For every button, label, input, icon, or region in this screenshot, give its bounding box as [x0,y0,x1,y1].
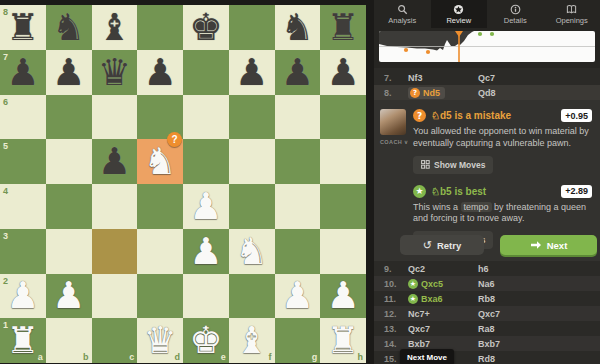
coach-annotation-panel: COACH ∨ ? ♘d5 is a mistake +0.95 You all… [374,100,600,261]
annotation-body: This wins a tempo by threatening a queen… [413,202,591,225]
tab-label: Analysis [388,16,416,25]
square-c3[interactable] [92,229,138,274]
retry-icon: ↺ [423,239,432,252]
square-c7[interactable]: ♛ [92,50,138,95]
tempo-chip: tempo [461,202,492,212]
move-row-12: 12.Nc7+Qxc7 [374,306,600,321]
eval-badge: +0.95 [561,109,592,122]
analysis-panel: Analysis Review Details Openings [374,0,600,364]
square-c4[interactable] [92,184,138,229]
white-move[interactable]: Qxc7 [408,324,478,334]
square-e4[interactable]: ♟ [183,184,229,229]
black-move[interactable]: Qd8 [478,88,548,98]
white-bishop: ♝ [235,322,268,359]
next-button[interactable]: Next [500,235,597,255]
move-text: Qd8 [478,88,496,98]
white-pawn: ♟ [281,277,314,314]
white-rook: ♜ [327,322,360,359]
white-king: ♚ [189,322,222,359]
square-f6[interactable] [229,95,275,140]
square-e1[interactable]: e♚ [183,318,229,363]
retry-button[interactable]: ↺ Retry [400,235,484,255]
move-text: Nd5 [423,88,440,98]
next-move-tooltip: Next Move [400,349,454,364]
tab-review[interactable]: Review [431,0,488,28]
great-move-icon: ★ [408,279,418,289]
white-pawn: ♟ [189,233,222,270]
chess-board[interactable]: 8♜♞♝♚♞♜7♟♟♛♟♟♟♟65♟♞?4♟3♟♞2♟♟♟♟1a♜bcd♛e♚f… [0,5,366,363]
move-text: Qxc5 [421,279,443,289]
square-a8[interactable]: 8♜ [0,5,46,50]
move-row-8: 8.?Nd5Qd8 [374,85,600,100]
coach-avatar[interactable] [380,109,406,135]
black-pawn: ♟ [327,54,360,91]
file-label: a [38,352,43,362]
white-move[interactable]: Nf3 [408,73,478,83]
info-icon [510,4,521,15]
white-pawn: ♟ [189,188,222,225]
move-text: Nf3 [408,73,423,83]
white-knight: ♞ [144,143,177,180]
square-f7[interactable]: ♟ [229,50,275,95]
rank-label: 2 [3,276,8,286]
square-a6[interactable]: 6 [0,95,46,140]
move-row-7: 7.Nf3Qc7 [374,70,600,85]
black-pawn: ♟ [235,54,268,91]
white-move[interactable]: Bxb7 [408,339,478,349]
eval-badge: +2.89 [561,185,592,198]
annotation-title: ♘b5 is best [431,186,486,197]
move-text: Na6 [478,279,495,289]
square-a3[interactable]: 3 [0,229,46,274]
square-h1[interactable]: h♜ [320,318,366,363]
square-f5[interactable] [229,139,275,184]
tab-bar: Analysis Review Details Openings [374,0,600,28]
white-pawn: ♟ [6,277,39,314]
rank-label: 8 [3,7,8,17]
square-e7[interactable] [183,50,229,95]
black-pawn: ♟ [281,54,314,91]
white-pawn: ♟ [52,277,85,314]
evaluation-graph-wrap [374,28,600,68]
square-g8[interactable]: ♞ [275,5,321,50]
great-move-icon: ★ [408,294,418,304]
white-move[interactable]: Nc7+ [408,309,478,319]
square-f4[interactable] [229,184,275,229]
square-e6[interactable] [183,95,229,140]
rank-label: 3 [3,231,8,241]
move-text: Qc7 [478,73,495,83]
white-move[interactable]: ★Bxa6 [408,294,478,304]
black-move[interactable]: h6 [478,264,548,274]
file-label: c [129,352,134,362]
star-circle-icon [453,4,464,15]
move-number: 12. [374,309,408,319]
move-text: Bxb7 [478,339,500,349]
chevron-down-icon: ∨ [404,139,408,145]
square-b2[interactable]: ♟ [46,274,92,319]
rank-label: 5 [3,141,8,151]
square-c2[interactable] [92,274,138,319]
file-label: f [269,352,272,362]
square-a2[interactable]: 2♟ [0,274,46,319]
white-rook: ♜ [6,322,39,359]
black-move[interactable]: Qxc7 [478,309,548,319]
black-knight: ♞ [52,9,85,46]
tab-analysis[interactable]: Analysis [374,0,431,28]
tab-label: Openings [556,16,588,25]
black-move[interactable]: Bxb7 [478,339,548,349]
mistake-icon: ? [413,109,426,122]
tab-openings[interactable]: Openings [544,0,600,28]
white-queen: ♛ [144,322,177,359]
square-a4[interactable]: 4 [0,184,46,229]
square-b3[interactable] [46,229,92,274]
white-knight: ♞ [235,233,268,270]
square-e3[interactable]: ♟ [183,229,229,274]
black-pawn: ♟ [52,54,85,91]
magnifier-icon [397,4,408,15]
black-move[interactable]: Rb8 [478,294,548,304]
move-row-10: 10.★Qxc5Na6 [374,276,600,291]
square-h2[interactable]: ♟ [320,274,366,319]
tab-label: Review [446,16,471,25]
square-e8[interactable]: ♚ [183,5,229,50]
square-d1[interactable]: d♛ [137,318,183,363]
square-e2[interactable] [183,274,229,319]
square-g1[interactable]: g [275,318,321,363]
black-move[interactable]: Rd8 [478,354,548,364]
evaluation-graph[interactable] [379,31,595,62]
square-f3[interactable]: ♞ [229,229,275,274]
square-g7[interactable]: ♟ [275,50,321,95]
black-queen: ♛ [98,54,131,91]
black-pawn: ♟ [6,54,39,91]
black-move[interactable]: Qc7 [478,73,548,83]
square-b8[interactable]: ♞ [46,5,92,50]
move-text: Rb8 [478,294,495,304]
square-d5[interactable]: ♞? [137,139,183,184]
square-d4[interactable] [137,184,183,229]
move-text: Nc7+ [408,309,430,319]
book-icon [566,4,577,15]
move-row-9: 9.Qc2h6 [374,261,600,276]
square-a7[interactable]: 7♟ [0,50,46,95]
coach-label[interactable]: COACH ∨ [380,139,409,145]
move-text: Ra8 [478,324,495,334]
move-number: 8. [374,88,408,98]
move-list-top: 7.Nf3Qc78.?Nd5Qd8 [374,70,600,100]
move-text: Qc2 [408,264,425,274]
square-g2[interactable]: ♟ [275,274,321,319]
black-rook: ♜ [327,9,360,46]
move-text: Qxc7 [408,324,430,334]
move-text: Bxb7 [408,339,430,349]
file-label: b [83,352,89,362]
square-f1[interactable]: f♝ [229,318,275,363]
file-label: g [312,352,318,362]
square-b1[interactable]: b [46,318,92,363]
mistake-move-icon: ? [410,88,420,98]
annotation-title: ♘d5 is a mistake [431,110,511,121]
move-number: 7. [374,73,408,83]
black-king: ♚ [189,9,222,46]
file-label: d [175,352,181,362]
annotation-mistake: ? ♘d5 is a mistake +0.95 You allowed the… [413,109,594,174]
move-text: Rd8 [478,354,495,364]
next-arrow-icon [530,240,542,250]
square-h6[interactable] [320,95,366,140]
white-move[interactable]: ★Qxc5 [408,279,478,289]
move-number: 11. [374,294,408,304]
rank-label: 6 [3,97,8,107]
black-pawn: ♟ [144,54,177,91]
square-c8[interactable]: ♝ [92,5,138,50]
move-row-11: 11.★Bxa6Rb8 [374,291,600,306]
move-text: h6 [478,264,489,274]
move-number: 13. [374,324,408,334]
square-d8[interactable] [137,5,183,50]
moves-grid-icon [421,160,430,169]
square-g3[interactable] [275,229,321,274]
rank-label: 4 [3,186,8,196]
square-c6[interactable] [92,95,138,140]
file-label: h [358,352,364,362]
rank-label: 7 [3,52,8,62]
file-label: e [221,352,226,362]
annotation-body: You allowed the opponent to win material… [413,126,591,149]
black-pawn: ♟ [98,143,131,180]
move-number: 14. [374,339,408,349]
tab-label: Details [504,16,527,25]
square-b5[interactable] [46,139,92,184]
move-number: 10. [374,279,408,289]
square-h3[interactable] [320,229,366,274]
black-rook: ♜ [6,9,39,46]
black-move[interactable]: Na6 [478,279,548,289]
show-moves-button[interactable]: Show Moves [413,156,493,174]
move-number: 9. [374,264,408,274]
square-b7[interactable]: ♟ [46,50,92,95]
square-h4[interactable] [320,184,366,229]
square-b4[interactable] [46,184,92,229]
square-g5[interactable] [275,139,321,184]
square-f8[interactable] [229,5,275,50]
black-move[interactable]: Ra8 [478,324,548,334]
white-pawn: ♟ [327,277,360,314]
tab-details[interactable]: Details [487,0,544,28]
square-a1[interactable]: 1a♜ [0,318,46,363]
square-e5[interactable] [183,139,229,184]
square-h7[interactable]: ♟ [320,50,366,95]
square-h8[interactable]: ♜ [320,5,366,50]
square-d7[interactable]: ♟ [137,50,183,95]
black-knight: ♞ [281,9,314,46]
square-d2[interactable] [137,274,183,319]
best-move-icon: ★ [413,185,426,198]
square-b6[interactable] [46,95,92,140]
mistake-badge-icon: ? [167,132,182,147]
square-a5[interactable]: 5 [0,139,46,184]
move-row-13: 13.Qxc7Ra8 [374,321,600,336]
square-f2[interactable] [229,274,275,319]
square-g4[interactable] [275,184,321,229]
square-g6[interactable] [275,95,321,140]
white-move[interactable]: ?Nd5 [408,87,478,99]
white-move[interactable]: Qc2 [408,264,478,274]
rank-label: 1 [3,320,8,330]
square-d3[interactable] [137,229,183,274]
move-text: Bxa6 [421,294,443,304]
square-h5[interactable] [320,139,366,184]
move-text: Qxc7 [478,309,500,319]
square-c1[interactable]: c [92,318,138,363]
black-bishop: ♝ [98,9,131,46]
square-c5[interactable]: ♟ [92,139,138,184]
